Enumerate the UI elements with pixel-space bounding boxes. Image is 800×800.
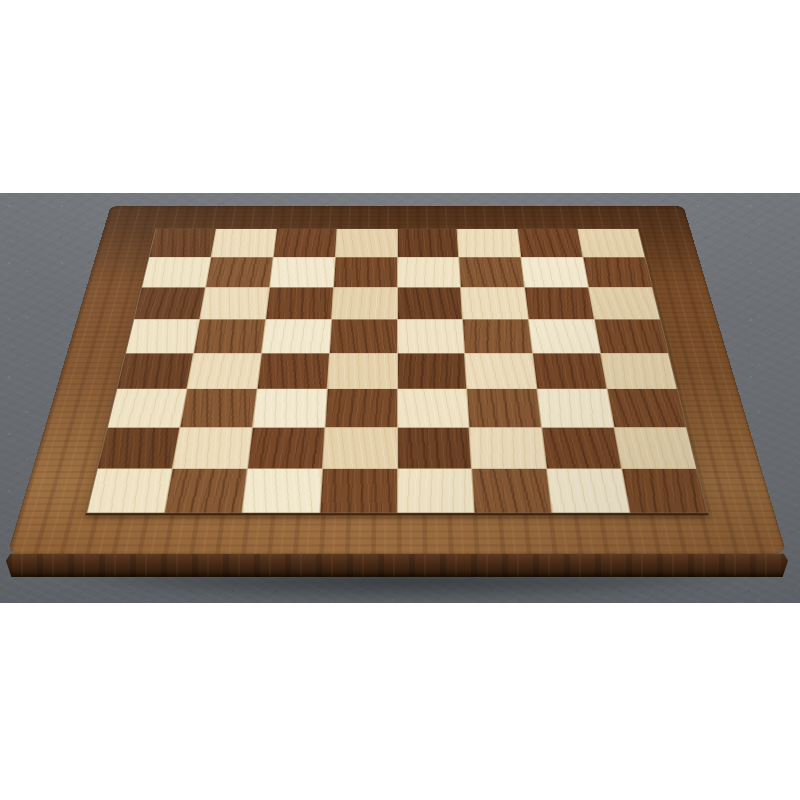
- square-r8c7: [547, 469, 629, 513]
- square-r8c2: [165, 469, 247, 513]
- square-r5c8: [601, 353, 677, 389]
- board-front-edge: [6, 553, 788, 577]
- square-r1c1: [149, 229, 215, 257]
- square-r2c8: [584, 257, 652, 287]
- square-r1c8: [578, 229, 644, 257]
- square-r7c4: [323, 428, 397, 469]
- square-r2c2: [206, 257, 273, 287]
- square-r6c5: [398, 389, 469, 427]
- square-r8c8: [622, 469, 706, 513]
- square-r7c7: [542, 428, 621, 469]
- square-r6c6: [468, 389, 542, 427]
- square-r5c2: [187, 353, 260, 389]
- square-r3c5: [397, 287, 462, 318]
- product-photo-canvas: [0, 0, 800, 800]
- square-r4c2: [194, 319, 265, 352]
- square-r6c3: [253, 389, 327, 427]
- square-r1c4: [335, 229, 396, 257]
- square-r1c5: [397, 229, 458, 257]
- square-r6c4: [325, 389, 396, 427]
- square-r5c5: [398, 353, 467, 389]
- square-r2c6: [459, 257, 524, 287]
- square-r2c5: [397, 257, 460, 287]
- square-r5c4: [327, 353, 396, 389]
- square-r2c7: [522, 257, 589, 287]
- square-r4c1: [126, 319, 199, 352]
- board-frame: [7, 206, 786, 554]
- square-r3c4: [332, 287, 397, 318]
- square-r5c7: [533, 353, 606, 389]
- square-r3c8: [589, 287, 660, 318]
- square-r8c3: [242, 469, 321, 513]
- square-r8c5: [398, 469, 474, 513]
- square-r5c6: [465, 353, 536, 389]
- square-r7c5: [398, 428, 472, 469]
- square-r7c6: [470, 428, 546, 469]
- square-r7c2: [173, 428, 252, 469]
- square-r1c2: [211, 229, 276, 257]
- square-r6c8: [608, 389, 686, 427]
- square-r3c2: [200, 287, 269, 318]
- chessboard: [7, 206, 786, 554]
- square-r5c1: [117, 353, 193, 389]
- square-r8c1: [87, 469, 171, 513]
- square-r3c1: [134, 287, 205, 318]
- square-r7c8: [615, 428, 696, 469]
- board-contact-shadow: [0, 574, 800, 603]
- square-r4c3: [262, 319, 331, 352]
- square-r2c4: [334, 257, 397, 287]
- square-r4c6: [463, 319, 532, 352]
- square-r1c7: [518, 229, 583, 257]
- square-r1c6: [458, 229, 521, 257]
- square-r6c1: [108, 389, 186, 427]
- square-r7c3: [248, 428, 324, 469]
- square-r6c7: [538, 389, 614, 427]
- square-r3c3: [266, 287, 333, 318]
- square-r4c8: [595, 319, 668, 352]
- square-r7c1: [98, 428, 179, 469]
- square-r4c4: [330, 319, 397, 352]
- square-r6c2: [180, 389, 256, 427]
- photo-backdrop: [0, 193, 800, 603]
- square-r1c3: [273, 229, 336, 257]
- square-r4c5: [397, 319, 464, 352]
- playing-area: [86, 229, 708, 514]
- square-r5c3: [257, 353, 328, 389]
- square-r8c4: [320, 469, 396, 513]
- square-r2c1: [142, 257, 210, 287]
- square-r8c6: [473, 469, 552, 513]
- square-r4c7: [529, 319, 600, 352]
- square-r3c6: [461, 287, 528, 318]
- square-r3c7: [525, 287, 594, 318]
- square-r2c3: [270, 257, 335, 287]
